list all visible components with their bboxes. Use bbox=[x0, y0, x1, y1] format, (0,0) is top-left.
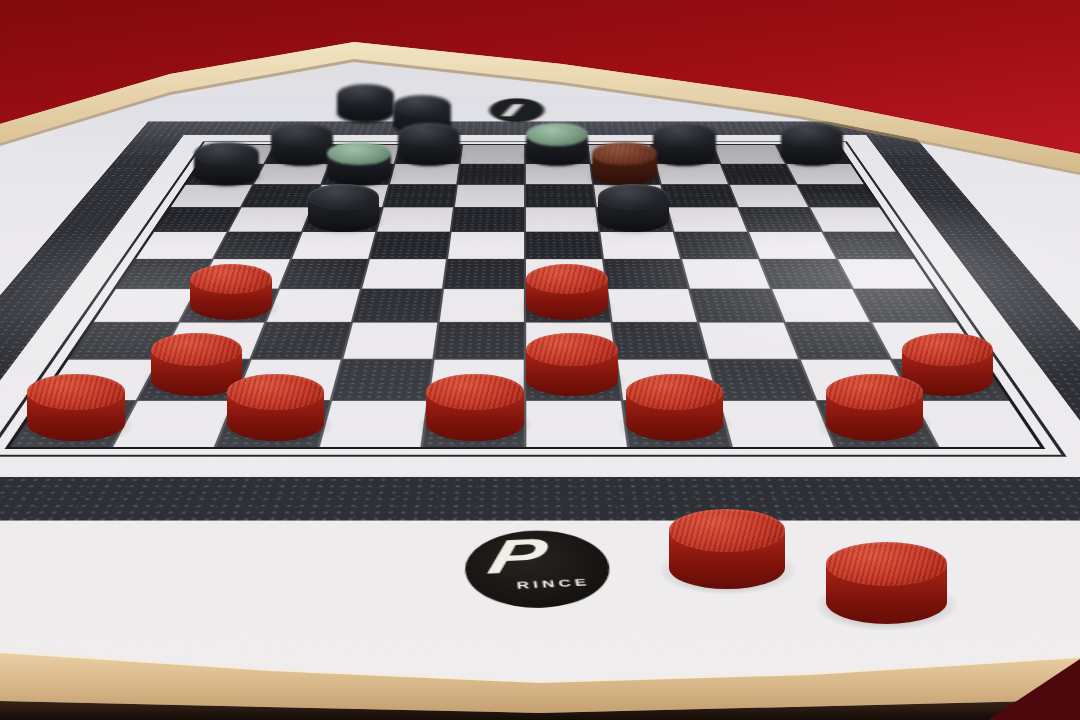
square-r6c5[interactable] bbox=[444, 259, 524, 288]
brand-initial: P bbox=[483, 531, 550, 581]
checker-black-sq7[interactable] bbox=[327, 142, 392, 186]
square-r6c9[interactable] bbox=[760, 259, 852, 288]
checker-red-sq33[interactable] bbox=[526, 264, 608, 320]
square-r9c4[interactable] bbox=[332, 360, 432, 400]
square-r8c7[interactable] bbox=[613, 323, 707, 359]
brand-name-rest: RINCE bbox=[516, 576, 591, 590]
square-r4c1[interactable] bbox=[154, 207, 239, 231]
square-r5c2[interactable] bbox=[214, 232, 301, 258]
square-r5c1[interactable] bbox=[136, 232, 226, 258]
brand-logo: P RINCE bbox=[462, 528, 619, 612]
checker-red-offboard[interactable] bbox=[669, 509, 785, 589]
square-r3c6[interactable] bbox=[526, 185, 595, 207]
square-r3c4[interactable] bbox=[384, 185, 456, 207]
square-r5c8[interactable] bbox=[675, 232, 758, 258]
square-r5c6[interactable] bbox=[526, 232, 602, 258]
checker-black-sq5[interactable] bbox=[781, 123, 843, 166]
checker-red-sq49[interactable] bbox=[626, 374, 723, 441]
checker-brown-sq9[interactable] bbox=[592, 142, 657, 186]
square-r2c9[interactable] bbox=[722, 164, 796, 184]
square-r8c9[interactable] bbox=[786, 323, 890, 359]
checker-red-sq46[interactable] bbox=[27, 374, 124, 441]
checker-red-sq31[interactable] bbox=[190, 264, 272, 320]
square-r5c4[interactable] bbox=[370, 232, 450, 258]
square-r6c4[interactable] bbox=[362, 259, 446, 288]
square-r7c8[interactable] bbox=[690, 289, 783, 321]
square-r3c9[interactable] bbox=[730, 185, 808, 207]
checker-black-sq2[interactable] bbox=[398, 123, 460, 166]
square-r1c5[interactable] bbox=[461, 145, 525, 164]
brand-logo-small bbox=[488, 98, 545, 122]
square-r7c5[interactable] bbox=[440, 289, 524, 321]
square-r5c9[interactable] bbox=[749, 232, 836, 258]
checker-red-sq50[interactable] bbox=[826, 374, 923, 441]
checker-black-sq6[interactable] bbox=[194, 142, 259, 186]
checker-red-offboard[interactable] bbox=[826, 542, 947, 625]
square-r3c8[interactable] bbox=[662, 185, 737, 207]
square-r8c3[interactable] bbox=[252, 323, 351, 359]
square-r4c9[interactable] bbox=[739, 207, 821, 231]
square-r8c5[interactable] bbox=[435, 323, 524, 359]
checker-black-sq1[interactable] bbox=[271, 123, 333, 166]
square-r6c3[interactable] bbox=[280, 259, 368, 288]
square-r3c10[interactable] bbox=[798, 185, 879, 207]
checker-red-sq47[interactable] bbox=[227, 374, 324, 441]
square-r4c5[interactable] bbox=[452, 207, 524, 231]
checker-black-offboard[interactable] bbox=[337, 84, 394, 123]
photo-scene: P RINCE bbox=[0, 0, 1080, 720]
square-r9c8[interactable] bbox=[709, 360, 814, 400]
checker-black-sq3[interactable] bbox=[526, 123, 588, 166]
checker-black-sq4[interactable] bbox=[653, 123, 715, 166]
square-r2c5[interactable] bbox=[458, 164, 524, 184]
square-r3c5[interactable] bbox=[455, 185, 524, 207]
square-r7c9[interactable] bbox=[772, 289, 869, 321]
square-r8c4[interactable] bbox=[343, 323, 437, 359]
square-r7c4[interactable] bbox=[353, 289, 442, 321]
checker-black-sq17[interactable] bbox=[308, 184, 379, 232]
square-r4c8[interactable] bbox=[668, 207, 747, 231]
square-r6c8[interactable] bbox=[682, 259, 770, 288]
checker-red-sq48[interactable] bbox=[426, 374, 523, 441]
square-r6c7[interactable] bbox=[604, 259, 688, 288]
checker-black-sq19[interactable] bbox=[598, 184, 669, 232]
border-band-bottom bbox=[0, 477, 1080, 521]
square-r7c7[interactable] bbox=[608, 289, 697, 321]
square-r5c5[interactable] bbox=[448, 232, 524, 258]
checker-red-sq43[interactable] bbox=[526, 333, 618, 396]
square-r8c8[interactable] bbox=[699, 323, 798, 359]
